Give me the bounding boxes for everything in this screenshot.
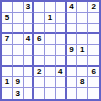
cell-r8c5-empty[interactable] [45,77,56,88]
cell-r2c4-empty[interactable] [34,13,45,24]
cell-r2c7-empty[interactable] [67,13,78,24]
cell-r2c1-given: 5 [2,13,13,24]
cell-r1c4-empty[interactable] [34,2,45,13]
cell-r1c9-given: 2 [88,2,99,13]
cell-r7c1-empty[interactable] [2,67,13,78]
cell-r9c6-empty[interactable] [56,88,67,99]
cell-r1c1-empty[interactable] [2,2,13,13]
cell-r7c3-empty[interactable] [24,67,35,78]
cell-r6c3-empty[interactable] [24,56,35,67]
cell-r5c6-empty[interactable] [56,45,67,56]
cell-r1c2-empty[interactable] [13,2,24,13]
cell-r7c2-empty[interactable] [13,67,24,78]
cell-r6c6-empty[interactable] [56,56,67,67]
cell-r3c9-empty[interactable] [88,24,99,35]
cell-r8c8-given: 8 [77,77,88,88]
sudoku-board: 34251746912461983 [0,0,101,101]
cell-r8c7-empty[interactable] [67,77,78,88]
cell-r3c4-empty[interactable] [34,24,45,35]
cell-r8c1-given: 1 [2,77,13,88]
sudoku-grid: 34251746912461983 [2,2,99,99]
cell-r2c5-given: 1 [45,13,56,24]
cell-r2c3-empty[interactable] [24,13,35,24]
cell-r8c4-empty[interactable] [34,77,45,88]
cell-r6c4-empty[interactable] [34,56,45,67]
cell-r9c2-given: 3 [13,88,24,99]
cell-r2c9-empty[interactable] [88,13,99,24]
cell-r9c5-empty[interactable] [45,88,56,99]
cell-r6c9-empty[interactable] [88,56,99,67]
cell-r7c6-given: 4 [56,67,67,78]
cell-r9c4-empty[interactable] [34,88,45,99]
cell-r3c2-empty[interactable] [13,24,24,35]
cell-r1c8-empty[interactable] [77,2,88,13]
cell-r4c9-empty[interactable] [88,34,99,45]
cell-r7c7-empty[interactable] [67,67,78,78]
cell-r4c5-empty[interactable] [45,34,56,45]
cell-r4c2-empty[interactable] [13,34,24,45]
cell-r4c1-given: 7 [2,34,13,45]
cell-r1c6-empty[interactable] [56,2,67,13]
cell-r5c4-empty[interactable] [34,45,45,56]
cell-r6c7-empty[interactable] [67,56,78,67]
cell-r7c4-given: 2 [34,67,45,78]
cell-r4c4-given: 6 [34,34,45,45]
cell-r2c6-empty[interactable] [56,13,67,24]
cell-r9c8-empty[interactable] [77,88,88,99]
cell-r3c1-empty[interactable] [2,24,13,35]
cell-r1c7-given: 4 [67,2,78,13]
cell-r5c7-given: 9 [67,45,78,56]
cell-r1c5-empty[interactable] [45,2,56,13]
cell-r7c9-given: 6 [88,67,99,78]
cell-r4c6-empty[interactable] [56,34,67,45]
cell-r2c2-empty[interactable] [13,13,24,24]
cell-r8c3-empty[interactable] [24,77,35,88]
cell-r9c3-empty[interactable] [24,88,35,99]
cell-r3c6-empty[interactable] [56,24,67,35]
cell-r3c5-empty[interactable] [45,24,56,35]
cell-r8c9-empty[interactable] [88,77,99,88]
cell-r9c9-empty[interactable] [88,88,99,99]
cell-r6c8-empty[interactable] [77,56,88,67]
cell-r9c7-empty[interactable] [67,88,78,99]
cell-r5c8-given: 1 [77,45,88,56]
cell-r1c3-given: 3 [24,2,35,13]
cell-r4c7-empty[interactable] [67,34,78,45]
cell-r9c1-empty[interactable] [2,88,13,99]
cell-r3c3-empty[interactable] [24,24,35,35]
cell-r3c7-empty[interactable] [67,24,78,35]
cell-r5c1-empty[interactable] [2,45,13,56]
cell-r7c8-empty[interactable] [77,67,88,78]
cell-r3c8-empty[interactable] [77,24,88,35]
cell-r4c3-given: 4 [24,34,35,45]
cell-r8c6-empty[interactable] [56,77,67,88]
cell-r5c3-empty[interactable] [24,45,35,56]
cell-r5c5-empty[interactable] [45,45,56,56]
cell-r4c8-empty[interactable] [77,34,88,45]
cell-r2c8-empty[interactable] [77,13,88,24]
cell-r6c1-empty[interactable] [2,56,13,67]
cell-r8c2-given: 9 [13,77,24,88]
cell-r7c5-empty[interactable] [45,67,56,78]
cell-r6c5-empty[interactable] [45,56,56,67]
cell-r6c2-empty[interactable] [13,56,24,67]
cell-r5c2-empty[interactable] [13,45,24,56]
cell-r5c9-empty[interactable] [88,45,99,56]
